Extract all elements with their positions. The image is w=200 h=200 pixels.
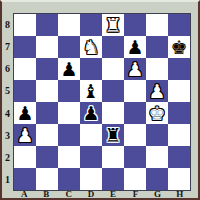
square-b3[interactable] <box>36 124 58 146</box>
square-e6[interactable] <box>102 58 124 80</box>
square-d3[interactable] <box>80 124 102 146</box>
square-a7[interactable] <box>14 36 36 58</box>
square-g7[interactable] <box>146 36 168 58</box>
square-d2[interactable] <box>80 146 102 168</box>
square-f6[interactable]: ♟ <box>124 58 146 80</box>
square-d1[interactable] <box>80 168 102 190</box>
square-e4[interactable] <box>102 102 124 124</box>
black-pawn[interactable]: ♟ <box>126 36 143 58</box>
square-a6[interactable] <box>14 58 36 80</box>
white-king[interactable]: ♚ <box>148 102 165 124</box>
square-f5[interactable] <box>124 80 146 102</box>
square-b4[interactable] <box>36 102 58 124</box>
square-f3[interactable] <box>124 124 146 146</box>
black-pawn[interactable]: ♟ <box>82 102 99 124</box>
square-b8[interactable] <box>36 14 58 36</box>
square-h6[interactable] <box>168 58 190 80</box>
square-g1[interactable] <box>146 168 168 190</box>
rank-label-8: 8 <box>2 13 13 35</box>
rank-label-6: 6 <box>2 58 13 80</box>
square-b5[interactable] <box>36 80 58 102</box>
white-pawn[interactable]: ♟ <box>148 80 165 102</box>
square-h3[interactable] <box>168 124 190 146</box>
file-label-h: H <box>169 189 191 199</box>
square-a8[interactable] <box>14 14 36 36</box>
square-a5[interactable] <box>14 80 36 102</box>
square-c7[interactable] <box>58 36 80 58</box>
rank-label-3: 3 <box>2 124 13 146</box>
square-f1[interactable] <box>124 168 146 190</box>
square-e1[interactable] <box>102 168 124 190</box>
square-f4[interactable] <box>124 102 146 124</box>
square-a4[interactable]: ♟ <box>14 102 36 124</box>
black-king[interactable]: ♚ <box>170 36 187 58</box>
white-knight[interactable]: ♞ <box>82 36 99 58</box>
rank-labels: 87654321 <box>2 13 13 191</box>
square-b7[interactable] <box>36 36 58 58</box>
square-c3[interactable] <box>58 124 80 146</box>
square-c4[interactable] <box>58 102 80 124</box>
square-h8[interactable] <box>168 14 190 36</box>
black-rook[interactable]: ♜ <box>104 124 121 146</box>
rank-label-2: 2 <box>2 147 13 169</box>
file-label-c: C <box>58 189 80 199</box>
square-h2[interactable] <box>168 146 190 168</box>
square-e7[interactable] <box>102 36 124 58</box>
black-pawn[interactable]: ♟ <box>16 102 33 124</box>
square-b6[interactable] <box>36 58 58 80</box>
file-label-g: G <box>147 189 169 199</box>
square-f2[interactable] <box>124 146 146 168</box>
square-g2[interactable] <box>146 146 168 168</box>
square-f8[interactable] <box>124 14 146 36</box>
square-g3[interactable] <box>146 124 168 146</box>
black-bishop[interactable]: ♝ <box>82 80 99 102</box>
square-e8[interactable]: ♜ <box>102 14 124 36</box>
square-c6[interactable]: ♟ <box>58 58 80 80</box>
square-g4[interactable]: ♚ <box>146 102 168 124</box>
square-f7[interactable]: ♟ <box>124 36 146 58</box>
square-d5[interactable]: ♝ <box>80 80 102 102</box>
file-label-f: F <box>124 189 146 199</box>
square-a2[interactable] <box>14 146 36 168</box>
square-h4[interactable] <box>168 102 190 124</box>
black-pawn[interactable]: ♟ <box>60 58 77 80</box>
file-label-a: A <box>13 189 35 199</box>
square-g6[interactable] <box>146 58 168 80</box>
square-c1[interactable] <box>58 168 80 190</box>
square-d7[interactable]: ♞ <box>80 36 102 58</box>
chess-board-frame: 87654321 ♜♞♟♚♟♟♝♟♟♟♚♟♜ ABCDEFGH <box>0 0 200 200</box>
rank-label-5: 5 <box>2 80 13 102</box>
chess-board[interactable]: ♜♞♟♚♟♟♝♟♟♟♚♟♜ <box>13 13 191 191</box>
white-rook[interactable]: ♜ <box>104 14 121 36</box>
file-label-e: E <box>102 189 124 199</box>
square-c8[interactable] <box>58 14 80 36</box>
square-e5[interactable] <box>102 80 124 102</box>
file-label-b: B <box>35 189 57 199</box>
square-c5[interactable] <box>58 80 80 102</box>
file-labels: ABCDEFGH <box>13 189 191 199</box>
square-g8[interactable] <box>146 14 168 36</box>
square-e2[interactable] <box>102 146 124 168</box>
rank-label-7: 7 <box>2 35 13 57</box>
square-h5[interactable] <box>168 80 190 102</box>
rank-label-1: 1 <box>2 169 13 191</box>
square-c2[interactable] <box>58 146 80 168</box>
file-label-d: D <box>80 189 102 199</box>
square-g5[interactable]: ♟ <box>146 80 168 102</box>
white-pawn[interactable]: ♟ <box>126 58 143 80</box>
square-b2[interactable] <box>36 146 58 168</box>
rank-label-4: 4 <box>2 102 13 124</box>
square-e3[interactable]: ♜ <box>102 124 124 146</box>
square-a1[interactable] <box>14 168 36 190</box>
square-d8[interactable] <box>80 14 102 36</box>
square-b1[interactable] <box>36 168 58 190</box>
square-h7[interactable]: ♚ <box>168 36 190 58</box>
square-d4[interactable]: ♟ <box>80 102 102 124</box>
square-h1[interactable] <box>168 168 190 190</box>
square-d6[interactable] <box>80 58 102 80</box>
white-pawn[interactable]: ♟ <box>16 124 33 146</box>
square-a3[interactable]: ♟ <box>14 124 36 146</box>
